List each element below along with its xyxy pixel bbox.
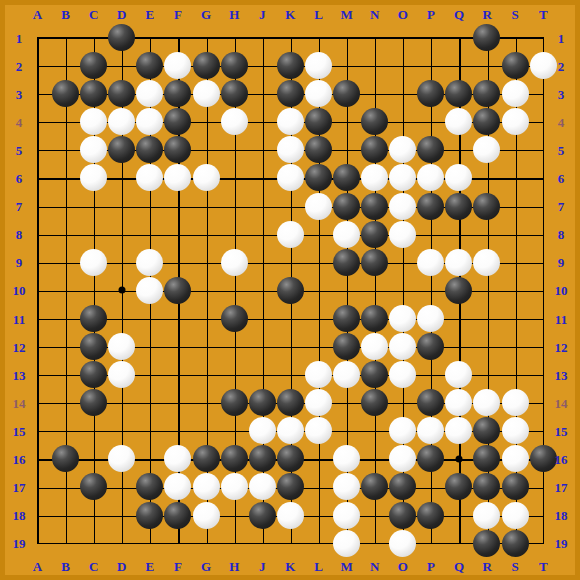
intersection-N4[interactable] [361,108,389,136]
intersection-Q16[interactable] [445,445,473,473]
intersection-N9[interactable] [361,248,389,276]
intersection-T9[interactable] [529,248,557,276]
intersection-R1[interactable] [473,23,501,51]
intersection-D16[interactable] [108,445,136,473]
intersection-H13[interactable] [220,361,248,389]
intersection-C16[interactable] [80,445,108,473]
intersection-B1[interactable] [51,23,79,51]
intersection-E7[interactable] [136,192,164,220]
intersection-J12[interactable] [248,332,276,360]
intersection-T13[interactable] [529,361,557,389]
intersection-S15[interactable] [501,417,529,445]
intersection-K6[interactable] [276,164,304,192]
intersection-Q6[interactable] [445,164,473,192]
intersection-G18[interactable] [192,501,220,529]
intersection-R14[interactable] [473,389,501,417]
intersection-R8[interactable] [473,220,501,248]
intersection-P17[interactable] [417,473,445,501]
intersection-Q5[interactable] [445,136,473,164]
intersection-Q4[interactable] [445,108,473,136]
intersection-O10[interactable] [389,276,417,304]
intersection-R4[interactable] [473,108,501,136]
intersection-R19[interactable] [473,529,501,557]
intersection-F6[interactable] [164,164,192,192]
intersection-A9[interactable] [23,248,51,276]
intersection-O7[interactable] [389,192,417,220]
intersection-K5[interactable] [276,136,304,164]
intersection-O19[interactable] [389,529,417,557]
intersection-T11[interactable] [529,304,557,332]
intersection-H14[interactable] [220,389,248,417]
intersection-J7[interactable] [248,192,276,220]
intersection-P15[interactable] [417,417,445,445]
intersection-T6[interactable] [529,164,557,192]
intersection-D4[interactable] [108,108,136,136]
intersection-N1[interactable] [361,23,389,51]
intersection-B14[interactable] [51,389,79,417]
intersection-K18[interactable] [276,501,304,529]
intersection-N2[interactable] [361,51,389,79]
intersection-K2[interactable] [276,51,304,79]
intersection-F9[interactable] [164,248,192,276]
intersection-M17[interactable] [332,473,360,501]
intersection-A11[interactable] [23,304,51,332]
intersection-B9[interactable] [51,248,79,276]
intersection-A16[interactable] [23,445,51,473]
intersection-O17[interactable] [389,473,417,501]
intersection-D1[interactable] [108,23,136,51]
intersection-E14[interactable] [136,389,164,417]
intersection-R9[interactable] [473,248,501,276]
intersection-Q17[interactable] [445,473,473,501]
intersection-T17[interactable] [529,473,557,501]
intersection-S4[interactable] [501,108,529,136]
intersection-P11[interactable] [417,304,445,332]
intersection-S3[interactable] [501,80,529,108]
intersection-T16[interactable] [529,445,557,473]
intersection-G9[interactable] [192,248,220,276]
intersection-D10[interactable] [108,276,136,304]
intersection-H11[interactable] [220,304,248,332]
intersection-M16[interactable] [332,445,360,473]
intersection-A12[interactable] [23,332,51,360]
intersection-O15[interactable] [389,417,417,445]
intersection-E3[interactable] [136,80,164,108]
intersection-O18[interactable] [389,501,417,529]
intersection-F4[interactable] [164,108,192,136]
intersection-N14[interactable] [361,389,389,417]
intersection-G16[interactable] [192,445,220,473]
intersection-C3[interactable] [80,80,108,108]
intersection-L11[interactable] [304,304,332,332]
intersection-R7[interactable] [473,192,501,220]
intersection-R6[interactable] [473,164,501,192]
intersection-C18[interactable] [80,501,108,529]
intersection-N11[interactable] [361,304,389,332]
intersection-H19[interactable] [220,529,248,557]
intersection-E17[interactable] [136,473,164,501]
intersection-O9[interactable] [389,248,417,276]
intersection-A13[interactable] [23,361,51,389]
intersection-N3[interactable] [361,80,389,108]
intersection-T19[interactable] [529,529,557,557]
intersection-K8[interactable] [276,220,304,248]
intersection-G6[interactable] [192,164,220,192]
intersection-A18[interactable] [23,501,51,529]
intersection-O12[interactable] [389,332,417,360]
intersection-Q9[interactable] [445,248,473,276]
intersection-H17[interactable] [220,473,248,501]
intersection-C17[interactable] [80,473,108,501]
intersection-C1[interactable] [80,23,108,51]
intersection-T15[interactable] [529,417,557,445]
intersection-E18[interactable] [136,501,164,529]
intersection-N6[interactable] [361,164,389,192]
intersection-S18[interactable] [501,501,529,529]
intersection-A17[interactable] [23,473,51,501]
intersection-L18[interactable] [304,501,332,529]
intersection-M6[interactable] [332,164,360,192]
intersection-T14[interactable] [529,389,557,417]
intersection-Q15[interactable] [445,417,473,445]
intersection-C12[interactable] [80,332,108,360]
intersection-T12[interactable] [529,332,557,360]
intersection-Q2[interactable] [445,51,473,79]
intersection-L15[interactable] [304,417,332,445]
intersection-P10[interactable] [417,276,445,304]
intersection-R11[interactable] [473,304,501,332]
intersection-A2[interactable] [23,51,51,79]
intersection-H3[interactable] [220,80,248,108]
intersection-J9[interactable] [248,248,276,276]
intersection-H7[interactable] [220,192,248,220]
intersection-F16[interactable] [164,445,192,473]
intersection-C13[interactable] [80,361,108,389]
intersection-A10[interactable] [23,276,51,304]
intersection-C15[interactable] [80,417,108,445]
intersection-H1[interactable] [220,23,248,51]
intersection-G8[interactable] [192,220,220,248]
intersection-Q8[interactable] [445,220,473,248]
intersection-S16[interactable] [501,445,529,473]
intersection-C2[interactable] [80,51,108,79]
intersection-G7[interactable] [192,192,220,220]
intersection-T10[interactable] [529,276,557,304]
intersection-M18[interactable] [332,501,360,529]
intersection-G11[interactable] [192,304,220,332]
intersection-L2[interactable] [304,51,332,79]
intersection-B12[interactable] [51,332,79,360]
intersection-M8[interactable] [332,220,360,248]
intersection-L1[interactable] [304,23,332,51]
intersection-P7[interactable] [417,192,445,220]
intersection-C7[interactable] [80,192,108,220]
intersection-J11[interactable] [248,304,276,332]
intersection-C9[interactable] [80,248,108,276]
intersection-F14[interactable] [164,389,192,417]
intersection-O11[interactable] [389,304,417,332]
intersection-L17[interactable] [304,473,332,501]
intersection-M14[interactable] [332,389,360,417]
intersection-N17[interactable] [361,473,389,501]
intersection-E8[interactable] [136,220,164,248]
intersection-T8[interactable] [529,220,557,248]
intersection-M9[interactable] [332,248,360,276]
intersection-K3[interactable] [276,80,304,108]
intersection-K4[interactable] [276,108,304,136]
intersection-E4[interactable] [136,108,164,136]
intersection-Q11[interactable] [445,304,473,332]
intersection-P16[interactable] [417,445,445,473]
intersection-B6[interactable] [51,164,79,192]
intersection-L10[interactable] [304,276,332,304]
intersection-L13[interactable] [304,361,332,389]
intersection-D17[interactable] [108,473,136,501]
intersection-O16[interactable] [389,445,417,473]
intersection-B8[interactable] [51,220,79,248]
intersection-G17[interactable] [192,473,220,501]
intersection-K17[interactable] [276,473,304,501]
intersection-B17[interactable] [51,473,79,501]
intersection-S2[interactable] [501,51,529,79]
intersection-P3[interactable] [417,80,445,108]
intersection-G15[interactable] [192,417,220,445]
intersection-N12[interactable] [361,332,389,360]
intersection-G19[interactable] [192,529,220,557]
intersection-R15[interactable] [473,417,501,445]
intersection-A8[interactable] [23,220,51,248]
intersection-Q14[interactable] [445,389,473,417]
intersection-T3[interactable] [529,80,557,108]
intersection-J16[interactable] [248,445,276,473]
intersection-D15[interactable] [108,417,136,445]
intersection-K9[interactable] [276,248,304,276]
intersection-S11[interactable] [501,304,529,332]
intersection-G1[interactable] [192,23,220,51]
intersection-E10[interactable] [136,276,164,304]
intersection-O3[interactable] [389,80,417,108]
intersection-N16[interactable] [361,445,389,473]
intersection-D7[interactable] [108,192,136,220]
intersection-L4[interactable] [304,108,332,136]
intersection-G10[interactable] [192,276,220,304]
intersection-J1[interactable] [248,23,276,51]
intersection-S12[interactable] [501,332,529,360]
intersection-D2[interactable] [108,51,136,79]
intersection-K12[interactable] [276,332,304,360]
intersection-D3[interactable] [108,80,136,108]
intersection-O5[interactable] [389,136,417,164]
intersection-L3[interactable] [304,80,332,108]
intersection-P5[interactable] [417,136,445,164]
intersection-N5[interactable] [361,136,389,164]
intersection-L16[interactable] [304,445,332,473]
intersection-K19[interactable] [276,529,304,557]
intersection-D11[interactable] [108,304,136,332]
intersection-A1[interactable] [23,23,51,51]
intersection-S9[interactable] [501,248,529,276]
intersection-L8[interactable] [304,220,332,248]
intersection-L19[interactable] [304,529,332,557]
intersection-O8[interactable] [389,220,417,248]
intersection-B18[interactable] [51,501,79,529]
intersection-B15[interactable] [51,417,79,445]
intersection-S6[interactable] [501,164,529,192]
intersection-N7[interactable] [361,192,389,220]
intersection-G3[interactable] [192,80,220,108]
intersection-Q10[interactable] [445,276,473,304]
intersection-H4[interactable] [220,108,248,136]
intersection-D5[interactable] [108,136,136,164]
intersection-E15[interactable] [136,417,164,445]
intersection-L12[interactable] [304,332,332,360]
intersection-K14[interactable] [276,389,304,417]
intersection-L9[interactable] [304,248,332,276]
intersection-M12[interactable] [332,332,360,360]
intersection-R13[interactable] [473,361,501,389]
intersection-J19[interactable] [248,529,276,557]
intersection-T7[interactable] [529,192,557,220]
intersection-E9[interactable] [136,248,164,276]
intersection-P18[interactable] [417,501,445,529]
intersection-J5[interactable] [248,136,276,164]
intersection-J15[interactable] [248,417,276,445]
intersection-O14[interactable] [389,389,417,417]
intersection-P19[interactable] [417,529,445,557]
intersection-P2[interactable] [417,51,445,79]
intersection-S17[interactable] [501,473,529,501]
intersection-R2[interactable] [473,51,501,79]
intersection-L5[interactable] [304,136,332,164]
intersection-O4[interactable] [389,108,417,136]
intersection-G5[interactable] [192,136,220,164]
intersection-A3[interactable] [23,80,51,108]
intersection-Q1[interactable] [445,23,473,51]
intersection-B5[interactable] [51,136,79,164]
intersection-M1[interactable] [332,23,360,51]
intersection-Q12[interactable] [445,332,473,360]
intersection-K15[interactable] [276,417,304,445]
intersection-D6[interactable] [108,164,136,192]
intersection-F15[interactable] [164,417,192,445]
intersection-D12[interactable] [108,332,136,360]
intersection-H18[interactable] [220,501,248,529]
intersection-J4[interactable] [248,108,276,136]
intersection-R10[interactable] [473,276,501,304]
intersection-Q7[interactable] [445,192,473,220]
intersection-L7[interactable] [304,192,332,220]
intersection-G2[interactable] [192,51,220,79]
intersection-N19[interactable] [361,529,389,557]
intersection-H2[interactable] [220,51,248,79]
intersection-A7[interactable] [23,192,51,220]
intersection-F12[interactable] [164,332,192,360]
intersection-A14[interactable] [23,389,51,417]
intersection-D8[interactable] [108,220,136,248]
intersection-C19[interactable] [80,529,108,557]
intersection-J18[interactable] [248,501,276,529]
intersection-M2[interactable] [332,51,360,79]
intersection-S10[interactable] [501,276,529,304]
intersection-P14[interactable] [417,389,445,417]
intersection-P9[interactable] [417,248,445,276]
intersection-M13[interactable] [332,361,360,389]
intersection-R12[interactable] [473,332,501,360]
intersection-D13[interactable] [108,361,136,389]
intersection-F1[interactable] [164,23,192,51]
intersection-M3[interactable] [332,80,360,108]
intersection-M10[interactable] [332,276,360,304]
intersection-M7[interactable] [332,192,360,220]
intersection-K13[interactable] [276,361,304,389]
intersection-M19[interactable] [332,529,360,557]
intersection-C11[interactable] [80,304,108,332]
intersection-E6[interactable] [136,164,164,192]
intersection-F17[interactable] [164,473,192,501]
intersection-S13[interactable] [501,361,529,389]
intersection-C10[interactable] [80,276,108,304]
intersection-S8[interactable] [501,220,529,248]
intersection-T2[interactable] [529,51,557,79]
intersection-B2[interactable] [51,51,79,79]
intersection-S7[interactable] [501,192,529,220]
intersection-M5[interactable] [332,136,360,164]
intersection-Q13[interactable] [445,361,473,389]
intersection-K10[interactable] [276,276,304,304]
intersection-F5[interactable] [164,136,192,164]
intersection-F19[interactable] [164,529,192,557]
intersection-H6[interactable] [220,164,248,192]
intersection-G14[interactable] [192,389,220,417]
intersection-P12[interactable] [417,332,445,360]
intersection-H10[interactable] [220,276,248,304]
intersection-L6[interactable] [304,164,332,192]
intersection-F11[interactable] [164,304,192,332]
intersection-H8[interactable] [220,220,248,248]
intersection-E5[interactable] [136,136,164,164]
intersection-B7[interactable] [51,192,79,220]
intersection-N15[interactable] [361,417,389,445]
intersection-P8[interactable] [417,220,445,248]
intersection-A5[interactable] [23,136,51,164]
intersection-M4[interactable] [332,108,360,136]
intersection-E2[interactable] [136,51,164,79]
intersection-C8[interactable] [80,220,108,248]
intersection-F10[interactable] [164,276,192,304]
intersection-J6[interactable] [248,164,276,192]
intersection-R17[interactable] [473,473,501,501]
intersection-E12[interactable] [136,332,164,360]
intersection-G12[interactable] [192,332,220,360]
intersection-T18[interactable] [529,501,557,529]
intersection-C14[interactable] [80,389,108,417]
intersection-F18[interactable] [164,501,192,529]
intersection-R5[interactable] [473,136,501,164]
intersection-B4[interactable] [51,108,79,136]
intersection-S1[interactable] [501,23,529,51]
intersection-C6[interactable] [80,164,108,192]
intersection-F2[interactable] [164,51,192,79]
intersection-K7[interactable] [276,192,304,220]
intersection-G13[interactable] [192,361,220,389]
intersection-J2[interactable] [248,51,276,79]
intersection-K11[interactable] [276,304,304,332]
intersection-Q3[interactable] [445,80,473,108]
intersection-O13[interactable] [389,361,417,389]
intersection-H5[interactable] [220,136,248,164]
intersection-E1[interactable] [136,23,164,51]
intersection-Q19[interactable] [445,529,473,557]
